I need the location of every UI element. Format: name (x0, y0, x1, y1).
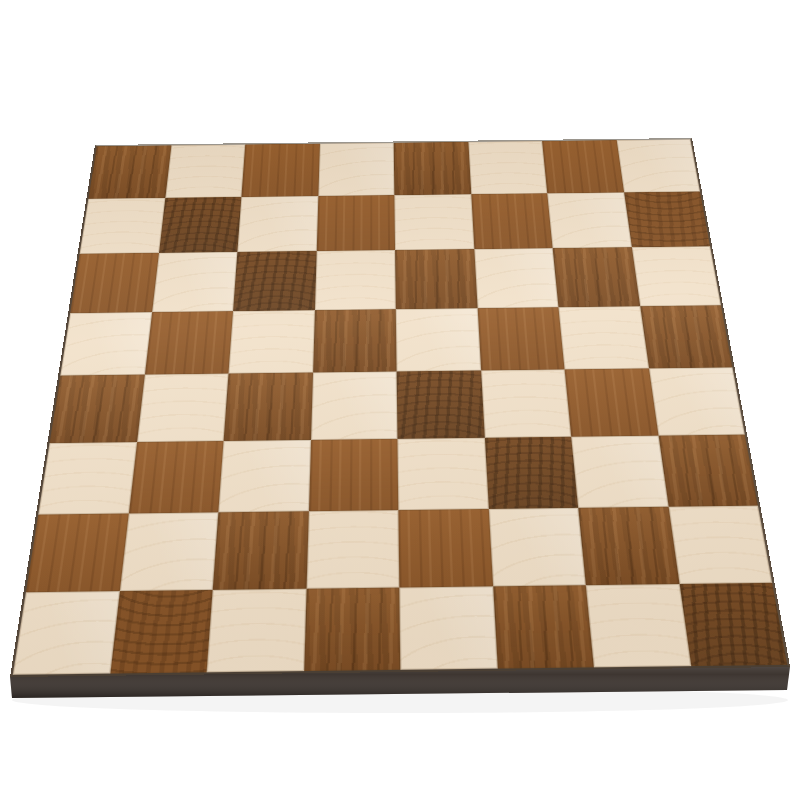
square-r3c5[interactable] (395, 249, 477, 309)
square-r6c4[interactable] (308, 438, 398, 511)
square-r3c4[interactable] (314, 250, 395, 310)
square-r7c2[interactable] (119, 512, 218, 590)
square-r1c7[interactable] (542, 140, 623, 193)
square-r2c2[interactable] (159, 197, 242, 253)
square-r1c5[interactable] (394, 142, 471, 195)
square-r8c7[interactable] (586, 584, 691, 668)
square-r4c6[interactable] (477, 307, 564, 371)
square-r4c2[interactable] (144, 311, 233, 375)
square-r1c3[interactable] (241, 144, 319, 197)
square-r8c4[interactable] (304, 587, 401, 671)
square-r5c2[interactable] (137, 374, 229, 442)
square-r1c8[interactable] (616, 139, 700, 192)
square-r6c5[interactable] (397, 437, 488, 510)
square-r6c3[interactable] (218, 439, 310, 512)
square-r4c4[interactable] (313, 309, 397, 373)
square-r5c1[interactable] (50, 375, 145, 443)
square-r5c4[interactable] (311, 371, 398, 439)
square-r7c5[interactable] (398, 509, 492, 587)
square-r3c6[interactable] (474, 248, 559, 308)
square-r8c2[interactable] (110, 589, 213, 673)
square-r1c4[interactable] (318, 143, 394, 196)
chess-board (10, 138, 790, 677)
square-r5c7[interactable] (565, 368, 658, 436)
square-r3c1[interactable] (70, 253, 158, 313)
square-r3c8[interactable] (631, 246, 721, 306)
square-r5c3[interactable] (224, 372, 313, 440)
square-r1c2[interactable] (165, 145, 245, 198)
square-r4c5[interactable] (396, 308, 481, 372)
square-r6c7[interactable] (571, 435, 668, 508)
square-r7c4[interactable] (306, 510, 399, 588)
square-r4c1[interactable] (60, 312, 151, 376)
square-r7c1[interactable] (26, 513, 128, 591)
square-r4c7[interactable] (558, 306, 648, 370)
square-r2c7[interactable] (547, 192, 631, 248)
square-r4c8[interactable] (640, 305, 733, 369)
square-r6c2[interactable] (128, 441, 223, 514)
square-r3c2[interactable] (152, 252, 238, 312)
square-r3c7[interactable] (553, 247, 640, 307)
square-r5c6[interactable] (481, 369, 572, 437)
square-r2c8[interactable] (624, 191, 711, 247)
square-r7c8[interactable] (668, 506, 772, 584)
chessboard-product-photo (0, 0, 800, 800)
square-r8c6[interactable] (493, 585, 594, 669)
square-r3c3[interactable] (233, 251, 316, 311)
square-r6c1[interactable] (38, 442, 136, 515)
square-r7c6[interactable] (488, 508, 585, 586)
square-r1c6[interactable] (468, 141, 547, 194)
square-r4c3[interactable] (228, 310, 314, 374)
square-r8c5[interactable] (399, 586, 497, 670)
square-r8c3[interactable] (207, 588, 306, 672)
square-r7c7[interactable] (578, 507, 679, 585)
square-r6c6[interactable] (484, 436, 578, 509)
square-r2c1[interactable] (80, 198, 165, 254)
square-r2c5[interactable] (394, 194, 473, 250)
square-r1c1[interactable] (88, 145, 171, 198)
square-r8c1[interactable] (13, 591, 120, 675)
square-r5c5[interactable] (397, 370, 485, 438)
square-r2c6[interactable] (471, 193, 553, 249)
square-r8c8[interactable] (679, 582, 787, 666)
square-r2c4[interactable] (316, 195, 395, 251)
square-r2c3[interactable] (237, 196, 318, 252)
square-r5c8[interactable] (649, 367, 745, 435)
square-r6c8[interactable] (658, 434, 758, 507)
square-r7c3[interactable] (213, 511, 309, 589)
